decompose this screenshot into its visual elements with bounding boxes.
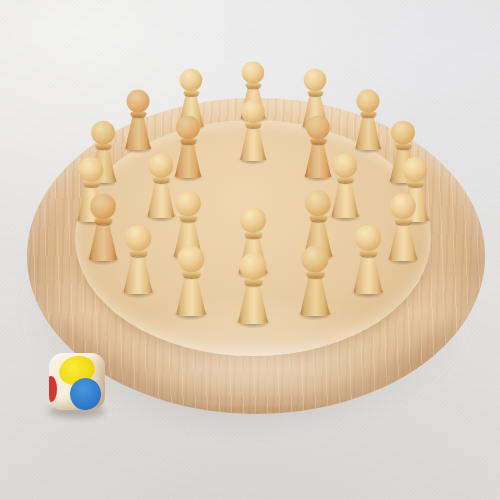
pawn-head (356, 90, 379, 113)
pawn-head (333, 153, 358, 178)
pawn-body (176, 273, 206, 316)
pawn-outer-6[interactable] (346, 224, 390, 294)
pawn-head (149, 153, 174, 178)
pawn-head (304, 69, 327, 92)
scene (0, 0, 500, 500)
pawn-head (180, 69, 203, 92)
pieces-layer (0, 0, 500, 500)
pawn-head (241, 100, 264, 123)
pawn-head (242, 61, 264, 83)
pawn-outer-7[interactable] (293, 244, 338, 316)
die-red-dot (49, 376, 57, 402)
pawn-head (391, 121, 415, 145)
pawn-outer-9[interactable] (169, 244, 214, 316)
pawn-head (306, 116, 330, 140)
pawn-head (355, 225, 381, 251)
pawn-body (353, 252, 383, 294)
color-die[interactable] (47, 353, 107, 415)
pawn-inner-0[interactable] (234, 99, 273, 161)
pawn-head (239, 253, 266, 280)
pawn-head (240, 207, 266, 233)
pawn-outer-2[interactable] (349, 89, 387, 150)
pawn-head (126, 90, 149, 113)
pawn-head (302, 245, 329, 272)
pawn-body (355, 114, 381, 150)
pawn-head (91, 121, 115, 145)
pawn-body (300, 273, 330, 316)
pawn-head (390, 194, 416, 220)
pawn-body (389, 220, 418, 261)
pawn-head (175, 191, 201, 217)
pawn-outer-8[interactable] (230, 252, 275, 324)
pawn-outer-10[interactable] (116, 224, 160, 294)
pawn-head (79, 157, 104, 182)
pawn-head (305, 191, 331, 217)
pawn-head (178, 245, 205, 272)
pawn-outer-14[interactable] (119, 89, 157, 150)
pawn-head (176, 116, 200, 140)
pawn-body (238, 281, 269, 324)
pawn-head (403, 157, 428, 182)
pawn-body (125, 114, 151, 150)
pawn-head (90, 194, 116, 220)
die-body (49, 353, 105, 410)
pawn-body (123, 252, 153, 294)
pawn-head (125, 225, 151, 251)
pawn-body (89, 220, 118, 261)
pawn-body (240, 124, 266, 161)
